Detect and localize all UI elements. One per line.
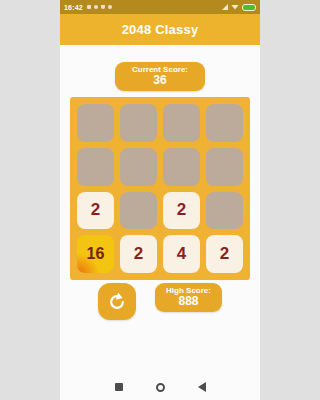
app-title: 2048 Classy	[122, 22, 199, 37]
controls-row: High Score: 888	[98, 283, 260, 320]
android-nav-bar	[60, 374, 260, 400]
tile-2: 2	[206, 235, 243, 273]
empty-cell	[163, 104, 200, 142]
empty-cell	[163, 148, 200, 186]
notification-icon	[94, 5, 98, 9]
current-score-value: 36	[119, 74, 201, 87]
notification-icon	[87, 5, 91, 9]
status-bar: 16:42	[60, 0, 260, 14]
notification-icons	[87, 5, 112, 9]
shield-icon	[101, 5, 105, 9]
home-button-icon[interactable]	[156, 383, 165, 392]
notification-icon	[108, 5, 112, 9]
empty-cell	[120, 104, 157, 142]
empty-cell	[120, 192, 157, 230]
wifi-icon	[231, 5, 239, 10]
restart-button[interactable]	[98, 283, 136, 320]
empty-cell	[206, 104, 243, 142]
board[interactable]: 2216242	[70, 97, 250, 280]
empty-cell	[206, 192, 243, 230]
recents-button-icon[interactable]	[115, 383, 123, 391]
current-score-card: Current Score: 36	[115, 62, 205, 91]
status-right-icons	[222, 4, 256, 11]
back-button-icon[interactable]	[198, 382, 206, 392]
app-bar: 2048 Classy	[60, 14, 260, 45]
refresh-icon	[107, 292, 127, 312]
empty-cell	[77, 148, 114, 186]
tile-2: 2	[163, 192, 200, 230]
tile-4: 4	[163, 235, 200, 273]
high-score-card: High Score: 888	[155, 283, 222, 312]
empty-cell	[77, 104, 114, 142]
empty-cell	[206, 148, 243, 186]
battery-icon	[242, 4, 256, 11]
tile-2: 2	[120, 235, 157, 273]
tile-2: 2	[77, 192, 114, 230]
clock: 16:42	[64, 4, 83, 11]
signal-icon	[222, 4, 228, 10]
phone-screen: 16:42 2048 Classy Current Score: 36 2216…	[60, 0, 260, 400]
empty-cell	[120, 148, 157, 186]
tile-16: 16	[77, 235, 114, 273]
high-score-value: 888	[159, 295, 218, 308]
